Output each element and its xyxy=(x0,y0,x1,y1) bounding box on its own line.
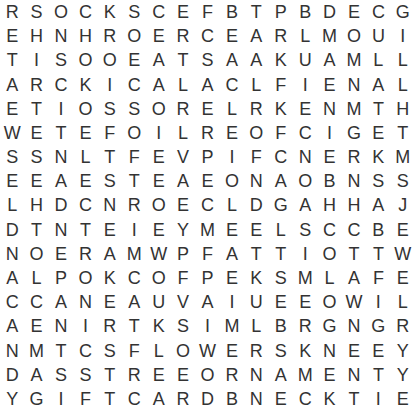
grid-cell[interactable]: B xyxy=(293,0,317,24)
grid-cell[interactable]: L xyxy=(220,97,244,121)
grid-cell[interactable]: B xyxy=(269,314,293,338)
grid-cell[interactable]: Y xyxy=(391,363,415,387)
grid-cell[interactable]: C xyxy=(342,218,366,242)
grid-cell[interactable]: I xyxy=(220,290,244,314)
grid-cell[interactable]: E xyxy=(0,169,24,193)
grid-cell[interactable]: E xyxy=(195,169,219,193)
grid-cell[interactable]: I xyxy=(366,387,390,411)
grid-cell[interactable]: E xyxy=(98,290,122,314)
grid-cell[interactable]: E xyxy=(317,363,341,387)
grid-cell[interactable]: K xyxy=(73,73,97,97)
grid-cell[interactable]: S xyxy=(0,145,24,169)
grid-cell[interactable]: S xyxy=(269,338,293,362)
grid-cell[interactable]: R xyxy=(269,24,293,48)
grid-cell[interactable]: E xyxy=(98,218,122,242)
grid-cell[interactable]: F xyxy=(269,73,293,97)
grid-cell[interactable]: H xyxy=(342,193,366,217)
grid-cell[interactable]: A xyxy=(122,290,146,314)
grid-cell[interactable]: K xyxy=(98,0,122,24)
grid-cell[interactable]: E xyxy=(146,169,170,193)
grid-cell[interactable]: R xyxy=(171,387,195,411)
grid-cell[interactable]: T xyxy=(98,363,122,387)
grid-cell[interactable]: E xyxy=(24,314,48,338)
grid-cell[interactable]: A xyxy=(195,73,219,97)
grid-cell[interactable]: C xyxy=(122,266,146,290)
grid-cell[interactable]: C xyxy=(366,0,390,24)
grid-cell[interactable]: V xyxy=(171,145,195,169)
grid-cell[interactable]: I xyxy=(391,24,415,48)
grid-cell[interactable]: L xyxy=(171,73,195,97)
grid-cell[interactable]: Y xyxy=(391,338,415,362)
grid-cell[interactable]: M xyxy=(293,266,317,290)
grid-cell[interactable]: D xyxy=(49,193,73,217)
grid-cell[interactable]: N xyxy=(0,242,24,266)
grid-cell[interactable]: R xyxy=(244,97,268,121)
grid-cell[interactable]: F xyxy=(73,387,97,411)
grid-cell[interactable]: S xyxy=(24,0,48,24)
grid-cell[interactable]: O xyxy=(98,48,122,72)
grid-cell[interactable]: N xyxy=(342,363,366,387)
grid-cell[interactable]: F xyxy=(122,145,146,169)
grid-cell[interactable]: M xyxy=(195,218,219,242)
grid-cell[interactable]: S xyxy=(122,97,146,121)
grid-cell[interactable]: F xyxy=(195,0,219,24)
grid-cell[interactable]: A xyxy=(146,48,170,72)
grid-cell[interactable]: E xyxy=(269,290,293,314)
grid-cell[interactable]: W xyxy=(391,242,415,266)
grid-cell[interactable]: R xyxy=(342,145,366,169)
grid-cell[interactable]: I xyxy=(220,145,244,169)
grid-cell[interactable]: K xyxy=(244,266,268,290)
grid-cell[interactable]: S xyxy=(391,169,415,193)
grid-cell[interactable]: C xyxy=(293,121,317,145)
grid-cell[interactable]: A xyxy=(0,266,24,290)
grid-cell[interactable]: N xyxy=(244,169,268,193)
grid-cell[interactable]: I xyxy=(49,387,73,411)
grid-cell[interactable]: E xyxy=(391,387,415,411)
grid-cell[interactable]: R xyxy=(98,314,122,338)
grid-cell[interactable]: S xyxy=(98,97,122,121)
grid-cell[interactable]: S xyxy=(73,363,97,387)
grid-cell[interactable]: F xyxy=(122,338,146,362)
grid-cell[interactable]: A xyxy=(293,193,317,217)
grid-cell[interactable]: C xyxy=(49,73,73,97)
grid-cell[interactable]: A xyxy=(195,290,219,314)
grid-cell[interactable]: H xyxy=(317,193,341,217)
grid-cell[interactable]: E xyxy=(0,24,24,48)
grid-cell[interactable]: E xyxy=(317,73,341,97)
grid-cell[interactable]: M xyxy=(342,97,366,121)
grid-cell[interactable]: U xyxy=(146,290,170,314)
grid-cell[interactable]: P xyxy=(269,0,293,24)
grid-cell[interactable]: O xyxy=(146,193,170,217)
grid-cell[interactable]: T xyxy=(391,121,415,145)
grid-cell[interactable]: N xyxy=(49,314,73,338)
grid-cell[interactable]: E xyxy=(49,242,73,266)
grid-cell[interactable]: T xyxy=(171,48,195,72)
grid-cell[interactable]: H xyxy=(24,24,48,48)
grid-cell[interactable]: B xyxy=(366,218,390,242)
grid-cell[interactable]: I xyxy=(98,73,122,97)
grid-cell[interactable]: N xyxy=(342,73,366,97)
grid-cell[interactable]: C xyxy=(122,73,146,97)
grid-cell[interactable]: A xyxy=(171,169,195,193)
grid-cell[interactable]: A xyxy=(49,290,73,314)
grid-cell[interactable]: F xyxy=(171,266,195,290)
grid-cell[interactable]: E xyxy=(122,48,146,72)
grid-cell[interactable]: I xyxy=(293,242,317,266)
grid-cell[interactable]: C xyxy=(195,24,219,48)
grid-cell[interactable]: E xyxy=(293,290,317,314)
grid-cell[interactable]: O xyxy=(293,169,317,193)
grid-cell[interactable]: E xyxy=(171,0,195,24)
grid-cell[interactable]: R xyxy=(195,121,219,145)
grid-cell[interactable]: F xyxy=(195,242,219,266)
grid-cell[interactable]: O xyxy=(146,97,170,121)
grid-cell[interactable]: O xyxy=(342,24,366,48)
grid-cell[interactable]: C xyxy=(269,145,293,169)
grid-cell[interactable]: L xyxy=(391,290,415,314)
grid-cell[interactable]: H xyxy=(391,97,415,121)
grid-cell[interactable]: I xyxy=(24,48,48,72)
grid-cell[interactable]: G xyxy=(366,314,390,338)
grid-cell[interactable]: E xyxy=(220,24,244,48)
grid-cell[interactable]: C xyxy=(24,290,48,314)
grid-cell[interactable]: D xyxy=(244,193,268,217)
grid-cell[interactable]: N xyxy=(49,24,73,48)
grid-cell[interactable]: E xyxy=(24,121,48,145)
grid-cell[interactable]: B xyxy=(317,169,341,193)
grid-cell[interactable]: V xyxy=(171,290,195,314)
grid-cell[interactable]: E xyxy=(220,218,244,242)
grid-cell[interactable]: D xyxy=(195,387,219,411)
grid-cell[interactable]: K xyxy=(317,387,341,411)
grid-cell[interactable]: O xyxy=(24,242,48,266)
grid-cell[interactable]: E xyxy=(146,363,170,387)
grid-cell[interactable]: M xyxy=(122,242,146,266)
grid-cell[interactable]: N xyxy=(317,97,341,121)
grid-cell[interactable]: O xyxy=(122,121,146,145)
grid-cell[interactable]: L xyxy=(317,266,341,290)
grid-cell[interactable]: I xyxy=(122,218,146,242)
grid-cell[interactable]: L xyxy=(366,48,390,72)
grid-cell[interactable]: O xyxy=(220,169,244,193)
grid-cell[interactable]: W xyxy=(195,338,219,362)
grid-cell[interactable]: O xyxy=(171,338,195,362)
grid-cell[interactable]: L xyxy=(0,193,24,217)
grid-cell[interactable]: P xyxy=(171,242,195,266)
grid-cell[interactable]: P xyxy=(195,145,219,169)
grid-cell[interactable]: I xyxy=(146,121,170,145)
grid-cell[interactable]: D xyxy=(0,218,24,242)
grid-cell[interactable]: I xyxy=(293,73,317,97)
grid-cell[interactable]: N xyxy=(49,145,73,169)
grid-cell[interactable]: R xyxy=(73,242,97,266)
grid-cell[interactable]: R xyxy=(293,314,317,338)
grid-cell[interactable]: S xyxy=(24,145,48,169)
grid-cell[interactable]: T xyxy=(366,242,390,266)
grid-cell[interactable]: A xyxy=(220,242,244,266)
grid-cell[interactable]: S xyxy=(49,48,73,72)
grid-cell[interactable]: E xyxy=(24,169,48,193)
grid-cell[interactable]: L xyxy=(391,73,415,97)
grid-cell[interactable]: E xyxy=(171,193,195,217)
grid-cell[interactable]: O xyxy=(73,266,97,290)
grid-cell[interactable]: T xyxy=(49,121,73,145)
grid-cell[interactable]: U xyxy=(244,290,268,314)
grid-cell[interactable]: C xyxy=(293,387,317,411)
grid-cell[interactable]: S xyxy=(122,0,146,24)
grid-cell[interactable]: T xyxy=(269,242,293,266)
grid-cell[interactable]: Y xyxy=(0,387,24,411)
grid-cell[interactable]: C xyxy=(73,338,97,362)
grid-cell[interactable]: T xyxy=(0,48,24,72)
grid-cell[interactable]: A xyxy=(220,48,244,72)
grid-cell[interactable]: K xyxy=(269,97,293,121)
grid-cell[interactable]: O xyxy=(49,0,73,24)
grid-cell[interactable]: T xyxy=(73,218,97,242)
grid-cell[interactable]: F xyxy=(244,145,268,169)
grid-cell[interactable]: T xyxy=(122,314,146,338)
grid-cell[interactable]: M xyxy=(342,48,366,72)
grid-cell[interactable]: R xyxy=(122,193,146,217)
grid-cell[interactable]: C xyxy=(317,218,341,242)
grid-cell[interactable]: M xyxy=(220,314,244,338)
grid-cell[interactable]: N xyxy=(244,363,268,387)
grid-cell[interactable]: A xyxy=(0,314,24,338)
grid-cell[interactable]: K xyxy=(98,266,122,290)
grid-cell[interactable]: D xyxy=(317,0,341,24)
grid-cell[interactable]: T xyxy=(342,387,366,411)
grid-cell[interactable]: L xyxy=(73,145,97,169)
grid-cell[interactable]: E xyxy=(146,145,170,169)
grid-cell[interactable]: S xyxy=(366,169,390,193)
grid-cell[interactable]: E xyxy=(146,218,170,242)
grid-cell[interactable]: T xyxy=(49,338,73,362)
grid-cell[interactable]: C xyxy=(73,193,97,217)
grid-cell[interactable]: G xyxy=(391,0,415,24)
grid-cell[interactable]: E xyxy=(220,266,244,290)
grid-cell[interactable]: Y xyxy=(171,218,195,242)
grid-cell[interactable]: R xyxy=(244,338,268,362)
grid-cell[interactable]: W xyxy=(146,242,170,266)
grid-cell[interactable]: R xyxy=(98,24,122,48)
grid-cell[interactable]: I xyxy=(73,314,97,338)
grid-cell[interactable]: U xyxy=(293,48,317,72)
grid-cell[interactable]: R xyxy=(171,97,195,121)
grid-cell[interactable]: E xyxy=(146,24,170,48)
grid-cell[interactable]: E xyxy=(342,338,366,362)
grid-cell[interactable]: E xyxy=(220,121,244,145)
grid-cell[interactable]: E xyxy=(0,97,24,121)
grid-cell[interactable]: L xyxy=(220,193,244,217)
grid-cell[interactable]: I xyxy=(366,290,390,314)
grid-cell[interactable]: E xyxy=(73,121,97,145)
grid-cell[interactable]: T xyxy=(24,218,48,242)
grid-cell[interactable]: E xyxy=(171,363,195,387)
grid-cell[interactable]: A xyxy=(269,363,293,387)
grid-cell[interactable]: N xyxy=(98,193,122,217)
grid-cell[interactable]: E xyxy=(73,169,97,193)
grid-cell[interactable]: E xyxy=(317,145,341,169)
grid-cell[interactable]: R xyxy=(0,0,24,24)
grid-cell[interactable]: S xyxy=(98,338,122,362)
grid-cell[interactable]: O xyxy=(122,24,146,48)
grid-cell[interactable]: A xyxy=(366,193,390,217)
grid-cell[interactable]: S xyxy=(171,314,195,338)
grid-cell[interactable]: C xyxy=(195,193,219,217)
grid-cell[interactable]: U xyxy=(366,24,390,48)
grid-cell[interactable]: E xyxy=(391,266,415,290)
grid-cell[interactable]: K xyxy=(146,314,170,338)
grid-cell[interactable]: F xyxy=(366,266,390,290)
grid-cell[interactable]: L xyxy=(244,73,268,97)
grid-cell[interactable]: I xyxy=(195,314,219,338)
grid-cell[interactable]: O xyxy=(317,290,341,314)
grid-cell[interactable]: E xyxy=(342,0,366,24)
grid-cell[interactable]: S xyxy=(195,48,219,72)
grid-cell[interactable]: L xyxy=(293,24,317,48)
grid-cell[interactable]: P xyxy=(49,266,73,290)
grid-cell[interactable]: M xyxy=(24,338,48,362)
grid-cell[interactable]: C xyxy=(0,290,24,314)
grid-cell[interactable]: T xyxy=(98,387,122,411)
grid-cell[interactable]: L xyxy=(24,266,48,290)
grid-cell[interactable]: K xyxy=(269,48,293,72)
grid-cell[interactable]: T xyxy=(244,242,268,266)
grid-cell[interactable]: W xyxy=(0,121,24,145)
grid-cell[interactable]: R xyxy=(391,314,415,338)
grid-cell[interactable]: A xyxy=(98,242,122,266)
grid-cell[interactable]: W xyxy=(342,290,366,314)
grid-cell[interactable]: N xyxy=(317,338,341,362)
grid-cell[interactable]: O xyxy=(73,48,97,72)
grid-cell[interactable]: A xyxy=(146,73,170,97)
grid-cell[interactable]: K xyxy=(366,145,390,169)
grid-cell[interactable]: E xyxy=(195,97,219,121)
grid-cell[interactable]: N xyxy=(49,218,73,242)
grid-cell[interactable]: C xyxy=(122,387,146,411)
grid-cell[interactable]: K xyxy=(293,338,317,362)
grid-cell[interactable]: A xyxy=(269,169,293,193)
grid-cell[interactable]: T xyxy=(24,97,48,121)
grid-cell[interactable]: A xyxy=(244,24,268,48)
grid-cell[interactable]: N xyxy=(0,338,24,362)
grid-cell[interactable]: F xyxy=(269,121,293,145)
grid-cell[interactable]: L xyxy=(391,48,415,72)
grid-cell[interactable]: R xyxy=(220,363,244,387)
grid-cell[interactable]: E xyxy=(366,338,390,362)
grid-cell[interactable]: L xyxy=(269,218,293,242)
grid-cell[interactable]: A xyxy=(24,363,48,387)
grid-cell[interactable]: O xyxy=(244,121,268,145)
grid-cell[interactable]: D xyxy=(0,363,24,387)
grid-cell[interactable]: S xyxy=(49,363,73,387)
word-search-grid: RSOCKSCEFBTPBDECGEHNHROERCEARLMOUITISOOE… xyxy=(0,0,415,411)
grid-cell[interactable]: N xyxy=(73,290,97,314)
grid-cell[interactable]: E xyxy=(244,218,268,242)
grid-cell[interactable]: N xyxy=(342,314,366,338)
grid-cell[interactable]: L xyxy=(244,314,268,338)
grid-cell[interactable]: G xyxy=(24,387,48,411)
grid-cell[interactable]: O xyxy=(146,266,170,290)
grid-cell[interactable]: O xyxy=(195,363,219,387)
grid-cell[interactable]: R xyxy=(24,73,48,97)
grid-cell[interactable]: M xyxy=(317,24,341,48)
grid-cell[interactable]: A xyxy=(342,266,366,290)
grid-cell[interactable]: A xyxy=(366,73,390,97)
grid-cell[interactable]: B xyxy=(220,387,244,411)
grid-cell[interactable]: B xyxy=(220,0,244,24)
grid-cell[interactable]: I xyxy=(49,97,73,121)
grid-cell[interactable]: C xyxy=(73,0,97,24)
grid-cell[interactable]: E xyxy=(366,121,390,145)
grid-cell[interactable]: L xyxy=(146,338,170,362)
grid-cell[interactable]: T xyxy=(366,97,390,121)
grid-cell[interactable]: E xyxy=(269,387,293,411)
grid-cell[interactable]: T xyxy=(366,363,390,387)
grid-cell[interactable]: J xyxy=(391,193,415,217)
grid-cell[interactable]: O xyxy=(317,242,341,266)
grid-cell[interactable]: L xyxy=(171,121,195,145)
grid-cell[interactable]: M xyxy=(293,363,317,387)
grid-cell[interactable]: T xyxy=(244,0,268,24)
grid-cell[interactable]: E xyxy=(220,338,244,362)
grid-cell[interactable]: T xyxy=(98,145,122,169)
grid-cell[interactable]: R xyxy=(171,24,195,48)
grid-cell[interactable]: P xyxy=(195,266,219,290)
grid-cell[interactable]: R xyxy=(122,363,146,387)
grid-cell[interactable]: G xyxy=(317,314,341,338)
grid-cell[interactable]: N xyxy=(244,387,268,411)
grid-cell[interactable]: A xyxy=(244,48,268,72)
grid-cell[interactable]: T xyxy=(342,242,366,266)
grid-cell[interactable]: C xyxy=(220,73,244,97)
grid-cell[interactable]: A xyxy=(0,73,24,97)
grid-cell[interactable]: H xyxy=(73,24,97,48)
grid-cell[interactable]: O xyxy=(73,97,97,121)
grid-cell[interactable]: E xyxy=(391,218,415,242)
grid-cell[interactable]: G xyxy=(269,193,293,217)
grid-cell[interactable]: C xyxy=(146,0,170,24)
grid-cell[interactable]: S xyxy=(293,218,317,242)
grid-cell[interactable]: A xyxy=(49,169,73,193)
grid-cell[interactable]: N xyxy=(293,145,317,169)
grid-cell[interactable]: I xyxy=(317,121,341,145)
grid-cell[interactable]: N xyxy=(342,169,366,193)
grid-cell[interactable]: S xyxy=(269,266,293,290)
grid-cell[interactable]: M xyxy=(391,145,415,169)
grid-cell[interactable]: A xyxy=(317,48,341,72)
grid-cell[interactable]: S xyxy=(98,169,122,193)
grid-cell[interactable]: T xyxy=(122,169,146,193)
grid-cell[interactable]: E xyxy=(293,97,317,121)
grid-cell[interactable]: G xyxy=(342,121,366,145)
grid-cell[interactable]: H xyxy=(24,193,48,217)
grid-cell[interactable]: F xyxy=(98,121,122,145)
grid-cell[interactable]: A xyxy=(146,387,170,411)
